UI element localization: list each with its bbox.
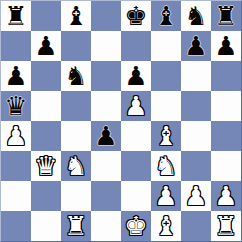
- square-c8[interactable]: ♝: [61, 1, 91, 31]
- piece-white-pawn[interactable]: ♟: [214, 183, 237, 209]
- piece-white-pawn[interactable]: ♟: [184, 183, 207, 209]
- square-f7[interactable]: [151, 31, 181, 61]
- square-d2[interactable]: [91, 181, 121, 211]
- square-b3[interactable]: ♛: [31, 151, 61, 181]
- square-b1[interactable]: [31, 211, 61, 241]
- piece-black-knight[interactable]: ♞: [184, 3, 207, 29]
- square-a2[interactable]: [1, 181, 31, 211]
- square-g1[interactable]: [181, 211, 211, 241]
- square-e2[interactable]: [121, 181, 151, 211]
- square-h3[interactable]: [211, 151, 241, 181]
- square-e8[interactable]: ♚: [121, 1, 151, 31]
- square-e5[interactable]: ♟: [121, 91, 151, 121]
- piece-black-rook[interactable]: ♜: [214, 3, 237, 29]
- square-f3[interactable]: ♞: [151, 151, 181, 181]
- piece-black-pawn[interactable]: ♟: [184, 33, 207, 59]
- square-h6[interactable]: [211, 61, 241, 91]
- piece-white-bishop[interactable]: ♝: [154, 213, 177, 239]
- square-g3[interactable]: [181, 151, 211, 181]
- square-d5[interactable]: [91, 91, 121, 121]
- piece-black-pawn[interactable]: ♟: [34, 33, 57, 59]
- square-c4[interactable]: [61, 121, 91, 151]
- piece-white-rook[interactable]: ♜: [64, 213, 87, 239]
- square-f2[interactable]: ♟: [151, 181, 181, 211]
- square-c2[interactable]: [61, 181, 91, 211]
- piece-white-pawn[interactable]: ♟: [4, 123, 27, 149]
- piece-black-pawn[interactable]: ♟: [4, 63, 27, 89]
- square-h8[interactable]: ♜: [211, 1, 241, 31]
- square-f8[interactable]: ♝: [151, 1, 181, 31]
- piece-black-bishop[interactable]: ♝: [154, 3, 177, 29]
- square-a7[interactable]: [1, 31, 31, 61]
- square-h5[interactable]: [211, 91, 241, 121]
- square-f6[interactable]: [151, 61, 181, 91]
- square-a1[interactable]: [1, 211, 31, 241]
- piece-white-bishop[interactable]: ♝: [154, 123, 177, 149]
- square-d7[interactable]: [91, 31, 121, 61]
- square-a4[interactable]: ♟: [1, 121, 31, 151]
- piece-black-king[interactable]: ♚: [124, 3, 147, 29]
- piece-black-pawn[interactable]: ♟: [94, 123, 117, 149]
- square-b6[interactable]: [31, 61, 61, 91]
- square-g6[interactable]: [181, 61, 211, 91]
- square-c1[interactable]: ♜: [61, 211, 91, 241]
- square-d6[interactable]: [91, 61, 121, 91]
- square-b8[interactable]: [31, 1, 61, 31]
- square-g8[interactable]: ♞: [181, 1, 211, 31]
- square-c5[interactable]: [61, 91, 91, 121]
- square-a5[interactable]: ♛: [1, 91, 31, 121]
- piece-black-knight[interactable]: ♞: [64, 63, 87, 89]
- square-a3[interactable]: [1, 151, 31, 181]
- square-b2[interactable]: [31, 181, 61, 211]
- square-h2[interactable]: ♟: [211, 181, 241, 211]
- square-g4[interactable]: [181, 121, 211, 151]
- square-d4[interactable]: ♟: [91, 121, 121, 151]
- piece-white-knight[interactable]: ♞: [154, 153, 177, 179]
- square-g5[interactable]: [181, 91, 211, 121]
- square-e6[interactable]: ♟: [121, 61, 151, 91]
- square-b4[interactable]: [31, 121, 61, 151]
- piece-white-rook[interactable]: ♜: [214, 213, 237, 239]
- square-b5[interactable]: [31, 91, 61, 121]
- piece-white-pawn[interactable]: ♟: [154, 183, 177, 209]
- square-c6[interactable]: ♞: [61, 61, 91, 91]
- chess-board: ♜♝♚♝♞♜♟♟♟♟♞♟♛♟♟♟♝♛♞♞♟♟♟♜♚♝♜: [0, 0, 242, 242]
- square-c7[interactable]: [61, 31, 91, 61]
- square-d1[interactable]: [91, 211, 121, 241]
- square-e3[interactable]: [121, 151, 151, 181]
- piece-black-queen[interactable]: ♛: [4, 93, 27, 119]
- square-h7[interactable]: ♟: [211, 31, 241, 61]
- square-g7[interactable]: ♟: [181, 31, 211, 61]
- square-e4[interactable]: [121, 121, 151, 151]
- piece-white-pawn[interactable]: ♟: [124, 93, 147, 119]
- square-f1[interactable]: ♝: [151, 211, 181, 241]
- square-c3[interactable]: ♞: [61, 151, 91, 181]
- square-h4[interactable]: [211, 121, 241, 151]
- piece-black-pawn[interactable]: ♟: [124, 63, 147, 89]
- square-d3[interactable]: [91, 151, 121, 181]
- square-b7[interactable]: ♟: [31, 31, 61, 61]
- piece-black-pawn[interactable]: ♟: [214, 33, 237, 59]
- square-h1[interactable]: ♜: [211, 211, 241, 241]
- square-a8[interactable]: ♜: [1, 1, 31, 31]
- square-f4[interactable]: ♝: [151, 121, 181, 151]
- square-e7[interactable]: [121, 31, 151, 61]
- square-e1[interactable]: ♚: [121, 211, 151, 241]
- square-d8[interactable]: [91, 1, 121, 31]
- piece-white-knight[interactable]: ♞: [64, 153, 87, 179]
- square-a6[interactable]: ♟: [1, 61, 31, 91]
- piece-white-king[interactable]: ♚: [124, 213, 147, 239]
- square-f5[interactable]: [151, 91, 181, 121]
- piece-black-bishop[interactable]: ♝: [64, 3, 87, 29]
- piece-black-rook[interactable]: ♜: [4, 3, 27, 29]
- piece-white-queen[interactable]: ♛: [34, 153, 57, 179]
- square-g2[interactable]: ♟: [181, 181, 211, 211]
